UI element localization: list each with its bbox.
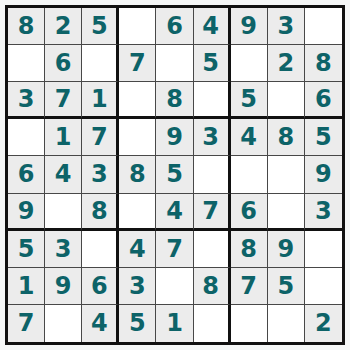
cell-r5c1[interactable]: 6 bbox=[8, 156, 45, 193]
cell-r1c4[interactable] bbox=[119, 8, 156, 45]
cell-r8c8[interactable]: 5 bbox=[268, 268, 305, 305]
cell-r9c1[interactable]: 7 bbox=[8, 305, 45, 342]
cell-r3c3[interactable]: 1 bbox=[82, 82, 119, 119]
cell-r3c2[interactable]: 7 bbox=[45, 82, 82, 119]
cell-r2c5[interactable] bbox=[156, 45, 193, 82]
cell-r2c6[interactable]: 5 bbox=[194, 45, 231, 82]
cell-r8c5[interactable] bbox=[156, 268, 193, 305]
cell-r1c2[interactable]: 2 bbox=[45, 8, 82, 45]
cell-r8c6[interactable]: 8 bbox=[194, 268, 231, 305]
cell-r1c5[interactable]: 6 bbox=[156, 8, 193, 45]
cell-r5c5[interactable]: 5 bbox=[156, 156, 193, 193]
cell-r6c9[interactable]: 3 bbox=[305, 194, 342, 231]
cell-r4c3[interactable]: 7 bbox=[82, 119, 119, 156]
cell-r2c9[interactable]: 8 bbox=[305, 45, 342, 82]
cell-r2c7[interactable] bbox=[231, 45, 268, 82]
cell-r9c8[interactable] bbox=[268, 305, 305, 342]
cell-r4c1[interactable] bbox=[8, 119, 45, 156]
cell-r7c8[interactable]: 9 bbox=[268, 231, 305, 268]
cell-r6c1[interactable]: 9 bbox=[8, 194, 45, 231]
cell-r8c1[interactable]: 1 bbox=[8, 268, 45, 305]
cell-r2c3[interactable] bbox=[82, 45, 119, 82]
cell-r7c7[interactable]: 8 bbox=[231, 231, 268, 268]
cell-r3c1[interactable]: 3 bbox=[8, 82, 45, 119]
cell-r3c5[interactable]: 8 bbox=[156, 82, 193, 119]
cell-r6c7[interactable]: 6 bbox=[231, 194, 268, 231]
cell-r6c2[interactable] bbox=[45, 194, 82, 231]
cell-r7c1[interactable]: 5 bbox=[8, 231, 45, 268]
cell-r1c7[interactable]: 9 bbox=[231, 8, 268, 45]
cell-r3c6[interactable] bbox=[194, 82, 231, 119]
cell-r8c9[interactable] bbox=[305, 268, 342, 305]
cell-r2c8[interactable]: 2 bbox=[268, 45, 305, 82]
cell-r4c7[interactable]: 4 bbox=[231, 119, 268, 156]
cell-r7c3[interactable] bbox=[82, 231, 119, 268]
cell-r1c9[interactable] bbox=[305, 8, 342, 45]
cell-r7c6[interactable] bbox=[194, 231, 231, 268]
cell-r3c4[interactable] bbox=[119, 82, 156, 119]
cell-r8c3[interactable]: 6 bbox=[82, 268, 119, 305]
cell-r9c4[interactable]: 5 bbox=[119, 305, 156, 342]
cell-r4c9[interactable]: 5 bbox=[305, 119, 342, 156]
cell-r9c9[interactable]: 2 bbox=[305, 305, 342, 342]
cell-r6c4[interactable] bbox=[119, 194, 156, 231]
cell-r6c5[interactable]: 4 bbox=[156, 194, 193, 231]
cell-r4c5[interactable]: 9 bbox=[156, 119, 193, 156]
cell-r2c1[interactable] bbox=[8, 45, 45, 82]
cell-r5c8[interactable] bbox=[268, 156, 305, 193]
cell-r2c2[interactable]: 6 bbox=[45, 45, 82, 82]
cell-r3c9[interactable]: 6 bbox=[305, 82, 342, 119]
cell-r4c6[interactable]: 3 bbox=[194, 119, 231, 156]
cell-r4c2[interactable]: 1 bbox=[45, 119, 82, 156]
cell-r1c3[interactable]: 5 bbox=[82, 8, 119, 45]
cell-r6c3[interactable]: 8 bbox=[82, 194, 119, 231]
cell-r5c9[interactable]: 9 bbox=[305, 156, 342, 193]
cell-r7c2[interactable]: 3 bbox=[45, 231, 82, 268]
cell-r8c7[interactable]: 7 bbox=[231, 268, 268, 305]
cell-r1c1[interactable]: 8 bbox=[8, 8, 45, 45]
cell-r1c8[interactable]: 3 bbox=[268, 8, 305, 45]
cell-r9c2[interactable] bbox=[45, 305, 82, 342]
cell-r5c6[interactable] bbox=[194, 156, 231, 193]
cell-r1c6[interactable]: 4 bbox=[194, 8, 231, 45]
cell-r7c4[interactable]: 4 bbox=[119, 231, 156, 268]
cell-r6c8[interactable] bbox=[268, 194, 305, 231]
cell-r6c6[interactable]: 7 bbox=[194, 194, 231, 231]
cell-r8c4[interactable]: 3 bbox=[119, 268, 156, 305]
cell-r9c6[interactable] bbox=[194, 305, 231, 342]
cell-r3c8[interactable] bbox=[268, 82, 305, 119]
cell-r9c5[interactable]: 1 bbox=[156, 305, 193, 342]
cell-r5c4[interactable]: 8 bbox=[119, 156, 156, 193]
cell-r4c4[interactable] bbox=[119, 119, 156, 156]
cell-r7c9[interactable] bbox=[305, 231, 342, 268]
cell-r2c4[interactable]: 7 bbox=[119, 45, 156, 82]
cell-r5c2[interactable]: 4 bbox=[45, 156, 82, 193]
cell-r4c8[interactable]: 8 bbox=[268, 119, 305, 156]
cell-r5c7[interactable] bbox=[231, 156, 268, 193]
cell-r5c3[interactable]: 3 bbox=[82, 156, 119, 193]
sudoku-board: 8256493675283718561793485643859984763534… bbox=[5, 5, 345, 345]
cell-r3c7[interactable]: 5 bbox=[231, 82, 268, 119]
cell-r7c5[interactable]: 7 bbox=[156, 231, 193, 268]
cell-r9c3[interactable]: 4 bbox=[82, 305, 119, 342]
cell-r8c2[interactable]: 9 bbox=[45, 268, 82, 305]
cell-r9c7[interactable] bbox=[231, 305, 268, 342]
